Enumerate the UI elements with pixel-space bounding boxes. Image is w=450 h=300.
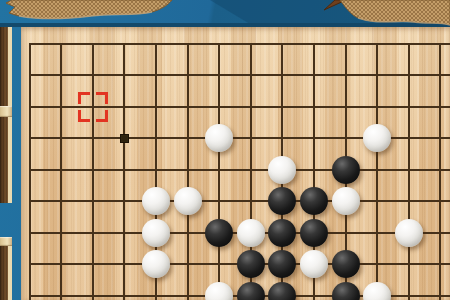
cursor-corner-icon <box>78 92 90 104</box>
black-stone <box>205 219 233 247</box>
white-stone <box>363 282 391 300</box>
grid-line-vertical <box>218 43 220 300</box>
white-stone <box>300 250 328 278</box>
star-point <box>120 134 129 143</box>
black-stone <box>332 250 360 278</box>
white-stone <box>332 187 360 215</box>
white-stone <box>174 187 202 215</box>
white-stone <box>237 219 265 247</box>
grid-line-horizontal <box>29 169 450 171</box>
black-stone <box>332 156 360 184</box>
grid-line-vertical <box>187 43 189 300</box>
cursor-corner-icon <box>96 110 108 122</box>
side-panel-middle <box>0 117 12 203</box>
grid-line-vertical <box>408 43 410 300</box>
side-panel-divider <box>0 106 12 117</box>
side-panel-top <box>0 27 12 106</box>
black-stone <box>332 282 360 300</box>
cloth-banner-left-icon <box>6 0 174 22</box>
grid-line-horizontal <box>29 43 450 45</box>
black-stone <box>237 250 265 278</box>
cloth-banner-right-icon <box>322 0 450 28</box>
black-stone <box>268 187 296 215</box>
cursor-marker <box>78 92 108 122</box>
side-panel-bottom-frame <box>0 237 12 246</box>
white-stone <box>395 219 423 247</box>
grid-line-vertical <box>376 43 378 300</box>
white-stone <box>205 282 233 300</box>
white-stone <box>142 219 170 247</box>
black-stone <box>268 282 296 300</box>
grid-line-vertical <box>439 43 441 300</box>
black-stone <box>268 250 296 278</box>
side-panel-bottom <box>0 246 12 300</box>
black-stone <box>268 219 296 247</box>
cursor-corner-icon <box>96 92 108 104</box>
grid-line-vertical <box>60 43 62 300</box>
grid-line-vertical <box>123 43 125 300</box>
cursor-corner-icon <box>78 110 90 122</box>
white-stone <box>142 250 170 278</box>
black-stone <box>300 219 328 247</box>
grid-line-horizontal <box>29 74 450 76</box>
game-scene <box>0 0 450 300</box>
white-stone <box>363 124 391 152</box>
white-stone <box>142 187 170 215</box>
black-stone <box>237 282 265 300</box>
grid-line-vertical <box>92 43 94 300</box>
board[interactable] <box>21 27 450 300</box>
black-stone <box>300 187 328 215</box>
grid-line-vertical <box>29 43 31 300</box>
white-stone <box>205 124 233 152</box>
grid-line-horizontal <box>29 200 450 202</box>
white-stone <box>268 156 296 184</box>
